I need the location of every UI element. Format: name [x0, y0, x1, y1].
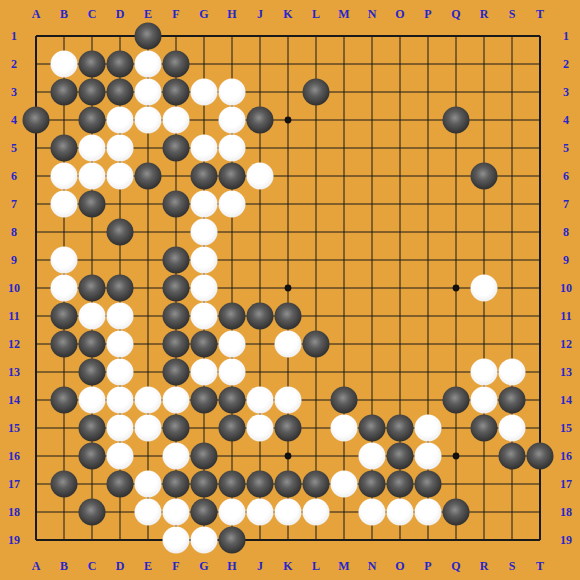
row-label-right: 3 [556, 85, 576, 99]
white-stone[interactable] [331, 415, 358, 442]
white-stone[interactable] [79, 303, 106, 330]
white-stone[interactable] [471, 387, 498, 414]
black-stone[interactable] [51, 387, 78, 414]
go-board-diagram: AABBCCDDEEFFGGHHJJKKLLMMNNOOPPQQRRSSTT11… [0, 0, 580, 580]
col-label-top: L [306, 7, 326, 21]
black-stone[interactable] [79, 191, 106, 218]
col-label-bottom: R [474, 559, 494, 573]
black-stone[interactable] [331, 387, 358, 414]
white-stone[interactable] [247, 415, 274, 442]
col-label-top: F [166, 7, 186, 21]
white-stone[interactable] [219, 499, 246, 526]
star-point [285, 453, 292, 460]
white-stone[interactable] [51, 275, 78, 302]
col-label-top: G [194, 7, 214, 21]
black-stone[interactable] [219, 303, 246, 330]
black-stone[interactable] [79, 79, 106, 106]
col-label-bottom: K [278, 559, 298, 573]
white-stone[interactable] [275, 499, 302, 526]
black-stone[interactable] [359, 415, 386, 442]
white-stone[interactable] [499, 415, 526, 442]
white-stone[interactable] [247, 499, 274, 526]
black-stone[interactable] [163, 191, 190, 218]
white-stone[interactable] [499, 359, 526, 386]
col-label-top: T [530, 7, 550, 21]
white-stone[interactable] [51, 191, 78, 218]
white-stone[interactable] [163, 443, 190, 470]
row-label-right: 12 [556, 337, 576, 351]
white-stone[interactable] [247, 387, 274, 414]
row-label-left: 7 [4, 197, 24, 211]
col-label-bottom: N [362, 559, 382, 573]
star-point [453, 453, 460, 460]
star-point [285, 117, 292, 124]
col-label-bottom: P [418, 559, 438, 573]
black-stone[interactable] [163, 135, 190, 162]
white-stone[interactable] [303, 499, 330, 526]
white-stone[interactable] [135, 51, 162, 78]
black-stone[interactable] [79, 51, 106, 78]
row-label-left: 13 [4, 365, 24, 379]
white-stone[interactable] [359, 499, 386, 526]
black-stone[interactable] [247, 107, 274, 134]
black-stone[interactable] [163, 79, 190, 106]
col-label-bottom: S [502, 559, 522, 573]
black-stone[interactable] [107, 275, 134, 302]
black-stone[interactable] [79, 443, 106, 470]
white-stone[interactable] [163, 107, 190, 134]
white-stone[interactable] [51, 51, 78, 78]
row-label-left: 8 [4, 225, 24, 239]
white-stone[interactable] [191, 135, 218, 162]
white-stone[interactable] [107, 163, 134, 190]
white-stone[interactable] [191, 275, 218, 302]
white-stone[interactable] [191, 219, 218, 246]
col-label-bottom: O [390, 559, 410, 573]
col-label-bottom: E [138, 559, 158, 573]
col-label-top: H [222, 7, 242, 21]
white-stone[interactable] [107, 303, 134, 330]
col-label-bottom: T [530, 559, 550, 573]
row-label-right: 17 [556, 477, 576, 491]
white-stone[interactable] [107, 387, 134, 414]
black-stone[interactable] [275, 471, 302, 498]
col-label-bottom: G [194, 559, 214, 573]
col-label-bottom: B [54, 559, 74, 573]
black-stone[interactable] [387, 471, 414, 498]
black-stone[interactable] [51, 135, 78, 162]
white-stone[interactable] [415, 499, 442, 526]
col-label-top: Q [446, 7, 466, 21]
white-stone[interactable] [51, 247, 78, 274]
white-stone[interactable] [135, 471, 162, 498]
black-stone[interactable] [359, 471, 386, 498]
white-stone[interactable] [135, 499, 162, 526]
white-stone[interactable] [331, 471, 358, 498]
black-stone[interactable] [107, 219, 134, 246]
col-label-top: S [502, 7, 522, 21]
black-stone[interactable] [163, 303, 190, 330]
white-stone[interactable] [135, 107, 162, 134]
white-stone[interactable] [163, 527, 190, 554]
black-stone[interactable] [163, 247, 190, 274]
white-stone[interactable] [471, 359, 498, 386]
row-label-right: 13 [556, 365, 576, 379]
row-label-left: 18 [4, 505, 24, 519]
black-stone[interactable] [499, 387, 526, 414]
black-stone[interactable] [51, 303, 78, 330]
col-label-bottom: F [166, 559, 186, 573]
black-stone[interactable] [499, 443, 526, 470]
black-stone[interactable] [191, 331, 218, 358]
row-label-right: 18 [556, 505, 576, 519]
row-label-left: 1 [4, 29, 24, 43]
black-stone[interactable] [79, 415, 106, 442]
row-label-right: 14 [556, 393, 576, 407]
col-label-bottom: J [250, 559, 270, 573]
black-stone[interactable] [79, 107, 106, 134]
white-stone[interactable] [191, 303, 218, 330]
col-label-top: P [418, 7, 438, 21]
black-stone[interactable] [219, 415, 246, 442]
black-stone[interactable] [79, 499, 106, 526]
col-label-top: A [26, 7, 46, 21]
row-label-left: 10 [4, 281, 24, 295]
black-stone[interactable] [163, 331, 190, 358]
white-stone[interactable] [471, 275, 498, 302]
black-stone[interactable] [247, 471, 274, 498]
star-point [285, 285, 292, 292]
white-stone[interactable] [275, 331, 302, 358]
row-label-right: 11 [556, 309, 576, 323]
white-stone[interactable] [79, 163, 106, 190]
white-stone[interactable] [107, 107, 134, 134]
black-stone[interactable] [219, 527, 246, 554]
black-stone[interactable] [51, 331, 78, 358]
col-label-bottom: M [334, 559, 354, 573]
white-stone[interactable] [219, 331, 246, 358]
black-stone[interactable] [247, 303, 274, 330]
black-stone[interactable] [443, 499, 470, 526]
black-stone[interactable] [107, 51, 134, 78]
black-stone[interactable] [303, 471, 330, 498]
col-label-bottom: Q [446, 559, 466, 573]
white-stone[interactable] [219, 107, 246, 134]
white-stone[interactable] [51, 163, 78, 190]
col-label-top: J [250, 7, 270, 21]
black-stone[interactable] [219, 387, 246, 414]
row-label-left: 19 [4, 533, 24, 547]
black-stone[interactable] [79, 359, 106, 386]
row-label-right: 2 [556, 57, 576, 71]
white-stone[interactable] [219, 135, 246, 162]
col-label-bottom: A [26, 559, 46, 573]
row-label-left: 4 [4, 113, 24, 127]
white-stone[interactable] [387, 499, 414, 526]
black-stone[interactable] [23, 107, 50, 134]
black-stone[interactable] [107, 471, 134, 498]
row-label-right: 7 [556, 197, 576, 211]
black-stone[interactable] [443, 107, 470, 134]
black-stone[interactable] [303, 79, 330, 106]
black-stone[interactable] [443, 387, 470, 414]
black-stone[interactable] [191, 443, 218, 470]
col-label-bottom: C [82, 559, 102, 573]
col-label-bottom: H [222, 559, 242, 573]
black-stone[interactable] [163, 471, 190, 498]
black-stone[interactable] [275, 303, 302, 330]
row-label-left: 9 [4, 253, 24, 267]
white-stone[interactable] [359, 443, 386, 470]
black-stone[interactable] [415, 471, 442, 498]
row-label-right: 19 [556, 533, 576, 547]
row-label-left: 15 [4, 421, 24, 435]
white-stone[interactable] [191, 527, 218, 554]
col-label-bottom: L [306, 559, 326, 573]
col-label-top: N [362, 7, 382, 21]
black-stone[interactable] [387, 415, 414, 442]
black-stone[interactable] [527, 443, 554, 470]
white-stone[interactable] [219, 79, 246, 106]
black-stone[interactable] [135, 163, 162, 190]
white-stone[interactable] [247, 163, 274, 190]
white-stone[interactable] [415, 443, 442, 470]
black-stone[interactable] [275, 415, 302, 442]
white-stone[interactable] [107, 415, 134, 442]
black-stone[interactable] [191, 471, 218, 498]
row-label-right: 15 [556, 421, 576, 435]
black-stone[interactable] [51, 471, 78, 498]
row-label-left: 11 [4, 309, 24, 323]
white-stone[interactable] [107, 331, 134, 358]
col-label-top: D [110, 7, 130, 21]
star-point [453, 285, 460, 292]
white-stone[interactable] [135, 415, 162, 442]
white-stone[interactable] [219, 359, 246, 386]
white-stone[interactable] [107, 359, 134, 386]
col-label-top: M [334, 7, 354, 21]
row-label-left: 5 [4, 141, 24, 155]
black-stone[interactable] [219, 163, 246, 190]
row-label-right: 16 [556, 449, 576, 463]
white-stone[interactable] [135, 387, 162, 414]
row-label-right: 9 [556, 253, 576, 267]
white-stone[interactable] [191, 247, 218, 274]
col-label-top: K [278, 7, 298, 21]
white-stone[interactable] [415, 415, 442, 442]
row-label-left: 14 [4, 393, 24, 407]
black-stone[interactable] [219, 471, 246, 498]
row-label-left: 2 [4, 57, 24, 71]
row-label-left: 6 [4, 169, 24, 183]
black-stone[interactable] [471, 163, 498, 190]
white-stone[interactable] [163, 387, 190, 414]
black-stone[interactable] [163, 359, 190, 386]
white-stone[interactable] [219, 191, 246, 218]
col-label-bottom: D [110, 559, 130, 573]
row-label-left: 16 [4, 449, 24, 463]
white-stone[interactable] [79, 387, 106, 414]
row-label-left: 12 [4, 337, 24, 351]
black-stone[interactable] [191, 387, 218, 414]
row-label-right: 1 [556, 29, 576, 43]
black-stone[interactable] [135, 23, 162, 50]
white-stone[interactable] [135, 79, 162, 106]
black-stone[interactable] [79, 275, 106, 302]
black-stone[interactable] [303, 331, 330, 358]
black-stone[interactable] [191, 499, 218, 526]
col-label-top: E [138, 7, 158, 21]
row-label-right: 8 [556, 225, 576, 239]
col-label-top: B [54, 7, 74, 21]
black-stone[interactable] [471, 415, 498, 442]
col-label-top: O [390, 7, 410, 21]
white-stone[interactable] [275, 387, 302, 414]
black-stone[interactable] [191, 163, 218, 190]
black-stone[interactable] [387, 443, 414, 470]
black-stone[interactable] [163, 275, 190, 302]
black-stone[interactable] [107, 79, 134, 106]
row-label-right: 4 [556, 113, 576, 127]
row-label-left: 17 [4, 477, 24, 491]
white-stone[interactable] [191, 79, 218, 106]
black-stone[interactable] [163, 415, 190, 442]
row-label-left: 3 [4, 85, 24, 99]
white-stone[interactable] [107, 443, 134, 470]
white-stone[interactable] [191, 359, 218, 386]
black-stone[interactable] [79, 331, 106, 358]
col-label-top: R [474, 7, 494, 21]
row-label-right: 10 [556, 281, 576, 295]
row-label-right: 5 [556, 141, 576, 155]
white-stone[interactable] [163, 499, 190, 526]
row-label-right: 6 [556, 169, 576, 183]
white-stone[interactable] [79, 135, 106, 162]
black-stone[interactable] [163, 51, 190, 78]
white-stone[interactable] [107, 135, 134, 162]
black-stone[interactable] [51, 79, 78, 106]
white-stone[interactable] [191, 191, 218, 218]
col-label-top: C [82, 7, 102, 21]
